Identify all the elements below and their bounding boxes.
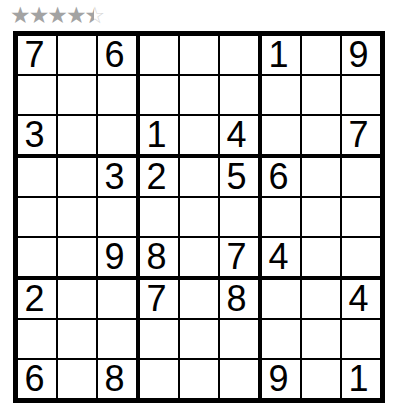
sudoku-cell-r3c2[interactable] <box>58 116 96 154</box>
sudoku-cell-r5c8[interactable] <box>302 198 340 236</box>
sudoku-page: ★★★★☆★ 763141973925876426878491 <box>0 0 401 420</box>
sudoku-cell-r5c1[interactable] <box>18 198 56 236</box>
sudoku-box: 763 <box>18 36 136 154</box>
sudoku-cell-r9c8[interactable] <box>302 360 340 398</box>
sudoku-cell-r5c5[interactable] <box>180 198 218 236</box>
star-half-icon: ☆★ <box>85 1 104 29</box>
sudoku-cell-r1c8[interactable] <box>302 36 340 74</box>
sudoku-cell-r2c1[interactable] <box>18 76 56 114</box>
sudoku-cell-r3c4[interactable]: 1 <box>140 116 178 154</box>
star-filled-icon: ★ <box>10 1 29 29</box>
sudoku-cell-r7c5[interactable] <box>180 280 218 318</box>
sudoku-cell-r9c6[interactable] <box>220 360 258 398</box>
sudoku-cell-r1c3[interactable]: 6 <box>98 36 136 74</box>
sudoku-cell-r5c7[interactable] <box>262 198 300 236</box>
star-filled-icon: ★ <box>47 1 66 29</box>
sudoku-box: 39 <box>18 158 136 276</box>
sudoku-cell-r2c9[interactable] <box>342 76 380 114</box>
sudoku-cell-r5c4[interactable] <box>140 198 178 236</box>
sudoku-cell-r8c3[interactable] <box>98 320 136 358</box>
sudoku-cell-r1c6[interactable] <box>220 36 258 74</box>
sudoku-cell-r4c1[interactable] <box>18 158 56 196</box>
sudoku-cell-r1c1[interactable]: 7 <box>18 36 56 74</box>
sudoku-cell-r7c9[interactable]: 4 <box>342 280 380 318</box>
sudoku-cell-r2c2[interactable] <box>58 76 96 114</box>
sudoku-cell-r1c2[interactable] <box>58 36 96 74</box>
sudoku-cell-r9c5[interactable] <box>180 360 218 398</box>
sudoku-cell-r4c4[interactable]: 2 <box>140 158 178 196</box>
sudoku-box: 64 <box>262 158 380 276</box>
sudoku-cell-r4c7[interactable]: 6 <box>262 158 300 196</box>
sudoku-cell-r6c3[interactable]: 9 <box>98 238 136 276</box>
sudoku-cell-r8c9[interactable] <box>342 320 380 358</box>
sudoku-cell-r8c2[interactable] <box>58 320 96 358</box>
sudoku-cell-r6c5[interactable] <box>180 238 218 276</box>
sudoku-cell-r3c9[interactable]: 7 <box>342 116 380 154</box>
sudoku-cell-r2c3[interactable] <box>98 76 136 114</box>
sudoku-cell-r2c7[interactable] <box>262 76 300 114</box>
sudoku-box: 197 <box>262 36 380 154</box>
sudoku-cell-r7c3[interactable] <box>98 280 136 318</box>
sudoku-cell-r3c3[interactable] <box>98 116 136 154</box>
sudoku-cell-r4c3[interactable]: 3 <box>98 158 136 196</box>
sudoku-cell-r2c8[interactable] <box>302 76 340 114</box>
sudoku-cell-r3c5[interactable] <box>180 116 218 154</box>
sudoku-board: 763141973925876426878491 <box>13 31 385 403</box>
sudoku-cell-r7c1[interactable]: 2 <box>18 280 56 318</box>
sudoku-cell-r5c2[interactable] <box>58 198 96 236</box>
sudoku-box: 14 <box>140 36 258 154</box>
sudoku-cell-r6c2[interactable] <box>58 238 96 276</box>
sudoku-cell-r8c7[interactable] <box>262 320 300 358</box>
sudoku-cell-r6c7[interactable]: 4 <box>262 238 300 276</box>
sudoku-cell-r9c2[interactable] <box>58 360 96 398</box>
sudoku-cell-r6c1[interactable] <box>18 238 56 276</box>
sudoku-cell-r4c2[interactable] <box>58 158 96 196</box>
sudoku-cell-r1c5[interactable] <box>180 36 218 74</box>
sudoku-cell-r3c7[interactable] <box>262 116 300 154</box>
sudoku-cell-r8c8[interactable] <box>302 320 340 358</box>
sudoku-box: 268 <box>18 280 136 398</box>
sudoku-cell-r8c4[interactable] <box>140 320 178 358</box>
sudoku-box: 78 <box>140 280 258 398</box>
sudoku-cell-r1c4[interactable] <box>140 36 178 74</box>
sudoku-cell-r6c9[interactable] <box>342 238 380 276</box>
sudoku-cell-r7c2[interactable] <box>58 280 96 318</box>
sudoku-cell-r9c7[interactable]: 9 <box>262 360 300 398</box>
star-half-fill: ★ <box>85 1 95 29</box>
sudoku-cell-r6c8[interactable] <box>302 238 340 276</box>
sudoku-cell-r9c1[interactable]: 6 <box>18 360 56 398</box>
sudoku-box: 491 <box>262 280 380 398</box>
sudoku-cell-r4c9[interactable] <box>342 158 380 196</box>
sudoku-cell-r3c6[interactable]: 4 <box>220 116 258 154</box>
sudoku-cell-r1c9[interactable]: 9 <box>342 36 380 74</box>
sudoku-cell-r5c3[interactable] <box>98 198 136 236</box>
sudoku-cell-r7c4[interactable]: 7 <box>140 280 178 318</box>
sudoku-cell-r6c6[interactable]: 7 <box>220 238 258 276</box>
sudoku-cell-r8c5[interactable] <box>180 320 218 358</box>
sudoku-cell-r4c5[interactable] <box>180 158 218 196</box>
star-filled-icon: ★ <box>66 1 85 29</box>
sudoku-cell-r6c4[interactable]: 8 <box>140 238 178 276</box>
sudoku-cell-r9c4[interactable] <box>140 360 178 398</box>
sudoku-cell-r7c8[interactable] <box>302 280 340 318</box>
sudoku-cell-r8c6[interactable] <box>220 320 258 358</box>
sudoku-cell-r1c7[interactable]: 1 <box>262 36 300 74</box>
sudoku-cell-r8c1[interactable] <box>18 320 56 358</box>
sudoku-cell-r3c1[interactable]: 3 <box>18 116 56 154</box>
sudoku-cell-r4c6[interactable]: 5 <box>220 158 258 196</box>
sudoku-cell-r7c6[interactable]: 8 <box>220 280 258 318</box>
sudoku-cell-r7c7[interactable] <box>262 280 300 318</box>
sudoku-cell-r3c8[interactable] <box>302 116 340 154</box>
sudoku-cell-r4c8[interactable] <box>302 158 340 196</box>
sudoku-cell-r2c6[interactable] <box>220 76 258 114</box>
sudoku-cell-r5c9[interactable] <box>342 198 380 236</box>
sudoku-cell-r5c6[interactable] <box>220 198 258 236</box>
star-filled-icon: ★ <box>29 1 48 29</box>
sudoku-box: 2587 <box>140 158 258 276</box>
sudoku-cell-r9c3[interactable]: 8 <box>98 360 136 398</box>
difficulty-rating: ★★★★☆★ <box>10 1 103 29</box>
sudoku-cell-r2c5[interactable] <box>180 76 218 114</box>
sudoku-cell-r2c4[interactable] <box>140 76 178 114</box>
sudoku-cell-r9c9[interactable]: 1 <box>342 360 380 398</box>
